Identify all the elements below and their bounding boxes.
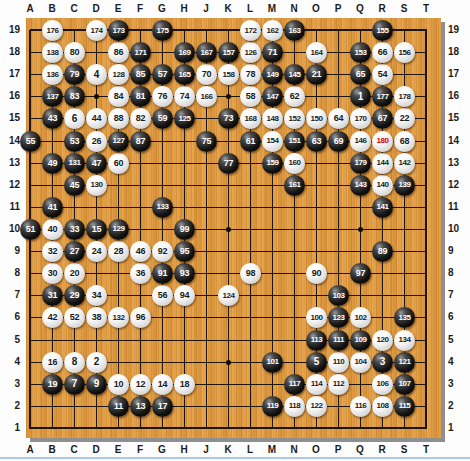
stone-m2-move-119: 119 (262, 396, 283, 417)
stone-q15-move-170: 170 (350, 108, 371, 129)
stone-h17-move-165: 165 (174, 64, 195, 85)
stone-q8-move-97: 97 (350, 263, 371, 284)
stone-move-number: 148 (267, 115, 279, 123)
stone-move-number: 144 (377, 159, 389, 167)
stone-move-number: 45 (70, 181, 80, 190)
row-label-right-5: 5 (448, 334, 468, 345)
stone-n13-move-160: 160 (284, 153, 305, 174)
stone-d14-move-26: 26 (86, 131, 107, 152)
column-label-bottom-T: T (415, 444, 437, 455)
stone-move-number: 58 (246, 92, 256, 101)
stone-move-number: 9 (94, 379, 100, 389)
stone-move-number: 98 (246, 269, 256, 278)
stone-c18-move-80: 80 (64, 42, 85, 63)
stone-move-number: 67 (378, 114, 388, 123)
column-label-bottom-F: F (129, 444, 151, 455)
row-label-left-17: 17 (0, 68, 20, 79)
column-label-bottom-B: B (41, 444, 63, 455)
stone-move-number: 140 (377, 181, 389, 189)
stone-move-number: 179 (355, 159, 367, 167)
stone-p5-move-111: 111 (328, 330, 349, 351)
stone-move-number: 51 (26, 225, 36, 234)
stone-d15-move-44: 44 (86, 108, 107, 129)
stone-move-number: 170 (355, 115, 367, 123)
stone-b10-move-40: 40 (42, 219, 63, 240)
stone-move-number: 62 (290, 92, 300, 101)
stone-move-number: 4 (94, 70, 100, 80)
stone-move-number: 110 (333, 358, 344, 366)
stone-d13-move-47: 47 (86, 153, 107, 174)
stone-move-number: 11 (114, 402, 123, 411)
stone-p3-move-112: 112 (328, 374, 349, 395)
stone-e9-move-28: 28 (108, 241, 129, 262)
stone-move-number: 108 (377, 402, 389, 410)
stone-f8-move-36: 36 (130, 263, 151, 284)
column-label-bottom-O: O (305, 444, 327, 455)
stone-move-number: 169 (179, 49, 191, 57)
stone-move-number: 13 (136, 402, 146, 411)
star-point-D16 (94, 94, 99, 99)
star-point-K10 (226, 227, 231, 232)
stone-p6-move-123: 123 (328, 307, 349, 328)
row-label-left-4: 4 (0, 356, 20, 367)
stone-s18-move-156: 156 (394, 42, 415, 63)
stone-f15-move-82: 82 (130, 108, 151, 129)
stone-c13-move-131: 131 (64, 153, 85, 174)
stone-n15-move-152: 152 (284, 108, 305, 129)
stone-move-number: 83 (70, 92, 80, 101)
stone-k7-move-124: 124 (218, 285, 239, 306)
stone-move-number: 27 (70, 247, 80, 256)
stone-j14-move-75: 75 (196, 131, 217, 152)
stone-f6-move-96: 96 (130, 307, 151, 328)
stone-move-number: 104 (355, 358, 367, 366)
stone-move-number: 178 (399, 93, 411, 101)
stone-move-number: 28 (114, 247, 124, 256)
stone-m17-move-149: 149 (262, 64, 283, 85)
stone-move-number: 99 (180, 225, 190, 234)
stone-n16-move-62: 62 (284, 86, 305, 107)
stone-q17-move-65: 65 (350, 64, 371, 85)
stone-k13-move-77: 77 (218, 153, 239, 174)
stone-m14-move-154: 154 (262, 131, 283, 152)
row-label-right-12: 12 (448, 179, 468, 190)
stone-e13-move-60: 60 (108, 153, 129, 174)
stone-h9-move-95: 95 (174, 241, 195, 262)
stone-h10-move-99: 99 (174, 219, 195, 240)
stone-move-number: 7 (72, 379, 78, 389)
stone-b3-move-19: 19 (42, 374, 63, 395)
stone-move-number: 47 (92, 159, 102, 168)
stone-n17-move-145: 145 (284, 64, 305, 85)
stone-move-number: 107 (399, 380, 411, 388)
row-label-right-3: 3 (448, 378, 468, 389)
stone-move-number: 20 (70, 269, 80, 278)
stone-e6-move-132: 132 (108, 307, 129, 328)
stone-move-number: 177 (377, 93, 389, 101)
stone-move-number: 130 (91, 181, 103, 189)
stone-move-number: 156 (399, 49, 411, 57)
stone-move-number: 155 (377, 27, 389, 35)
stone-move-number: 30 (48, 269, 58, 278)
stone-g19-move-175: 175 (152, 20, 173, 41)
stone-move-number: 8 (72, 357, 78, 367)
row-label-left-15: 15 (0, 112, 20, 123)
stone-s15-move-22: 22 (394, 108, 415, 129)
stone-move-number: 141 (377, 203, 389, 211)
column-label-top-K: K (217, 3, 239, 14)
row-label-right-1: 1 (448, 422, 468, 433)
stone-move-number: 133 (157, 203, 169, 211)
stone-p4-move-110: 110 (328, 352, 349, 373)
stone-move-number: 151 (289, 137, 301, 145)
stone-move-number: 118 (289, 402, 300, 410)
stone-s12-move-139: 139 (394, 175, 415, 196)
stone-move-number: 54 (378, 70, 388, 79)
stone-h18-move-169: 169 (174, 42, 195, 63)
column-label-bottom-C: C (63, 444, 85, 455)
stone-move-number: 80 (70, 48, 80, 57)
stone-k18-move-157: 157 (218, 42, 239, 63)
stone-move-number: 168 (245, 115, 257, 123)
goban[interactable]: 1234567891011121314151617181920212224262… (26, 18, 441, 438)
stone-move-number: 3 (380, 357, 386, 367)
stone-move-number: 112 (333, 380, 344, 388)
stone-d4-move-2: 2 (86, 352, 107, 373)
stone-q16-move-1: 1 (350, 86, 371, 107)
stone-move-number: 64 (334, 114, 344, 123)
stone-move-number: 10 (114, 380, 124, 389)
stone-b15-move-43: 43 (42, 108, 63, 129)
stone-s3-move-107: 107 (394, 374, 415, 395)
star-point-K16 (226, 94, 231, 99)
stone-r5-move-120: 120 (372, 330, 393, 351)
row-label-left-11: 11 (0, 201, 20, 212)
stone-move-number: 113 (311, 336, 322, 344)
stone-f2-move-13: 13 (130, 396, 151, 417)
stone-move-number: 160 (289, 159, 301, 167)
stone-r2-move-108: 108 (372, 396, 393, 417)
row-label-right-9: 9 (448, 245, 468, 256)
stone-move-number: 21 (312, 70, 322, 79)
column-label-bottom-R: R (371, 444, 393, 455)
stone-s4-move-121: 121 (394, 352, 415, 373)
stone-move-number: 73 (224, 114, 234, 123)
stone-d12-move-130: 130 (86, 175, 107, 196)
stone-move-number: 97 (356, 269, 366, 278)
stone-s16-move-178: 178 (394, 86, 415, 107)
stone-j16-move-166: 166 (196, 86, 217, 107)
stone-g17-move-57: 57 (152, 64, 173, 85)
row-label-right-19: 19 (448, 24, 468, 35)
row-label-right-16: 16 (448, 90, 468, 101)
row-label-right-8: 8 (448, 267, 468, 278)
stone-move-number: 31 (48, 291, 58, 300)
stone-o15-move-150: 150 (306, 108, 327, 129)
stone-move-number: 136 (47, 71, 59, 79)
stone-n19-move-163: 163 (284, 20, 305, 41)
column-label-top-L: L (239, 3, 261, 14)
stone-move-number: 164 (311, 49, 323, 57)
row-label-right-6: 6 (448, 311, 468, 322)
stone-move-number: 76 (158, 92, 168, 101)
stone-o18-move-164: 164 (306, 42, 327, 63)
stone-c4-move-8: 8 (64, 352, 85, 373)
stone-r11-move-141: 141 (372, 197, 393, 218)
stone-h3-move-18: 18 (174, 374, 195, 395)
stone-h16-move-74: 74 (174, 86, 195, 107)
stone-move-number: 150 (311, 115, 323, 123)
stone-move-number: 24 (92, 247, 102, 256)
stone-move-number: 34 (92, 291, 102, 300)
column-label-top-C: C (63, 3, 85, 14)
stone-move-number: 2 (94, 357, 100, 367)
column-label-top-P: P (327, 3, 349, 14)
stone-move-number: 89 (378, 247, 388, 256)
stone-g7-move-56: 56 (152, 285, 173, 306)
column-label-bottom-K: K (217, 444, 239, 455)
row-label-left-8: 8 (0, 267, 20, 278)
stone-move-number: 1 (358, 92, 364, 102)
stone-move-number: 65 (356, 70, 366, 79)
stone-c14-move-53: 53 (64, 131, 85, 152)
stone-move-number: 18 (180, 380, 190, 389)
row-label-left-13: 13 (0, 157, 20, 168)
row-label-left-14: 14 (0, 135, 20, 146)
stone-move-number: 128 (113, 71, 125, 79)
stone-q13-move-179: 179 (350, 153, 371, 174)
column-label-top-D: D (85, 3, 107, 14)
stone-m18-move-71: 71 (262, 42, 283, 63)
star-point-Q10 (358, 227, 363, 232)
stone-move-number: 29 (70, 291, 80, 300)
stone-b11-move-41: 41 (42, 197, 63, 218)
stone-move-number: 158 (223, 71, 235, 79)
stone-b16-move-137: 137 (42, 86, 63, 107)
row-label-left-19: 19 (0, 24, 20, 35)
stone-l8-move-98: 98 (240, 263, 261, 284)
stone-move-number: 180 (377, 137, 389, 145)
stone-move-number: 134 (399, 336, 411, 344)
stone-move-number: 70 (202, 70, 212, 79)
stone-move-number: 116 (355, 402, 366, 410)
stone-move-number: 33 (70, 225, 80, 234)
stone-e3-move-10: 10 (108, 374, 129, 395)
stone-move-number: 103 (333, 292, 345, 300)
column-label-top-M: M (261, 3, 283, 14)
stone-move-number: 12 (136, 380, 146, 389)
stone-move-number: 162 (267, 27, 279, 35)
column-label-top-S: S (393, 3, 415, 14)
row-label-left-18: 18 (0, 46, 20, 57)
stone-move-number: 92 (158, 247, 168, 256)
stone-move-number: 43 (48, 114, 58, 123)
stone-move-number: 49 (48, 159, 58, 168)
stone-q5-move-109: 109 (350, 330, 371, 351)
stone-l15-move-168: 168 (240, 108, 261, 129)
stone-move-number: 120 (377, 336, 389, 344)
stone-move-number: 87 (136, 137, 146, 146)
stone-move-number: 167 (201, 49, 213, 57)
stone-move-number: 77 (224, 159, 234, 168)
stone-b9-move-32: 32 (42, 241, 63, 262)
stone-b8-move-30: 30 (42, 263, 63, 284)
stone-move-number: 157 (223, 49, 235, 57)
stone-p7-move-103: 103 (328, 285, 349, 306)
row-label-right-14: 14 (448, 135, 468, 146)
row-label-left-16: 16 (0, 90, 20, 101)
stone-move-number: 44 (92, 114, 102, 123)
column-label-bottom-S: S (393, 444, 415, 455)
star-point-K4 (226, 360, 231, 365)
stone-move-number: 129 (113, 225, 125, 233)
stone-r3-move-106: 106 (372, 374, 393, 395)
stone-move-number: 115 (399, 402, 410, 410)
stone-c6-move-52: 52 (64, 307, 85, 328)
stone-move-number: 149 (267, 71, 279, 79)
stone-p14-move-69: 69 (328, 131, 349, 152)
stone-o5-move-113: 113 (306, 330, 327, 351)
stone-move-number: 16 (48, 358, 58, 367)
stone-move-number: 95 (180, 247, 190, 256)
stone-o6-move-100: 100 (306, 307, 327, 328)
stone-c8-move-20: 20 (64, 263, 85, 284)
stone-move-number: 57 (158, 70, 168, 79)
window-bottom-edge (0, 457, 470, 459)
stone-move-number: 100 (311, 314, 323, 322)
row-label-right-18: 18 (448, 46, 468, 57)
stone-move-number: 154 (267, 137, 279, 145)
stone-c9-move-27: 27 (64, 241, 85, 262)
stone-move-number: 174 (91, 27, 103, 35)
stone-o4-move-5: 5 (306, 352, 327, 373)
stone-f17-move-85: 85 (130, 64, 151, 85)
stone-move-number: 40 (48, 225, 58, 234)
stone-b6-move-42: 42 (42, 307, 63, 328)
stone-s13-move-142: 142 (394, 153, 415, 174)
stone-move-number: 60 (114, 159, 124, 168)
stone-g8-move-91: 91 (152, 263, 173, 284)
stone-g3-move-14: 14 (152, 374, 173, 395)
stone-o3-move-114: 114 (306, 374, 327, 395)
stone-move-number: 159 (267, 159, 279, 167)
stone-g11-move-133: 133 (152, 197, 173, 218)
stone-move-number: 175 (157, 27, 169, 35)
stone-d7-move-34: 34 (86, 285, 107, 306)
row-label-right-10: 10 (448, 223, 468, 234)
stone-f16-move-81: 81 (130, 86, 151, 107)
column-label-top-R: R (371, 3, 393, 14)
stone-move-number: 102 (355, 314, 367, 322)
stone-move-number: 88 (114, 114, 124, 123)
stone-m15-move-148: 148 (262, 108, 283, 129)
stone-move-number: 101 (267, 358, 279, 366)
row-label-left-3: 3 (0, 378, 20, 389)
stone-move-number: 41 (48, 203, 58, 212)
stone-f14-move-87: 87 (130, 131, 151, 152)
stone-k15-move-73: 73 (218, 108, 239, 129)
row-label-left-12: 12 (0, 179, 20, 190)
column-label-top-B: B (41, 3, 63, 14)
stone-move-number: 131 (69, 159, 81, 167)
row-label-left-5: 5 (0, 334, 20, 345)
stone-move-number: 82 (136, 114, 146, 123)
stone-move-number: 19 (48, 380, 58, 389)
stone-c15-move-6: 6 (64, 108, 85, 129)
stone-move-number: 132 (113, 314, 125, 322)
column-label-bottom-E: E (107, 444, 129, 455)
stone-s14-move-68: 68 (394, 131, 415, 152)
row-label-left-1: 1 (0, 422, 20, 433)
stone-q14-move-146: 146 (350, 131, 371, 152)
stone-move-number: 22 (400, 114, 410, 123)
column-label-top-F: F (129, 3, 151, 14)
row-label-right-15: 15 (448, 112, 468, 123)
stone-r13-move-144: 144 (372, 153, 393, 174)
stone-c7-move-29: 29 (64, 285, 85, 306)
stone-r12-move-140: 140 (372, 175, 393, 196)
stone-g15-move-59: 59 (152, 108, 173, 129)
stone-move-number: 126 (245, 49, 257, 57)
stone-j17-move-70: 70 (196, 64, 217, 85)
stone-move-number: 63 (312, 137, 322, 146)
stone-move-number: 94 (180, 291, 190, 300)
stone-h15-move-125: 125 (174, 108, 195, 129)
stone-c16-move-83: 83 (64, 86, 85, 107)
column-label-top-O: O (305, 3, 327, 14)
stone-move-number: 5 (314, 357, 320, 367)
stone-move-number: 6 (72, 114, 78, 124)
stone-move-number: 127 (113, 137, 125, 145)
stone-move-number: 53 (70, 137, 80, 146)
stone-b7-move-31: 31 (42, 285, 63, 306)
column-label-bottom-A: A (19, 444, 41, 455)
stone-l17-move-78: 78 (240, 64, 261, 85)
stone-r19-move-155: 155 (372, 20, 393, 41)
stone-move-number: 59 (158, 114, 168, 123)
stone-q12-move-143: 143 (350, 175, 371, 196)
stone-move-number: 55 (26, 137, 36, 146)
stone-move-number: 152 (289, 115, 301, 123)
stone-move-number: 74 (180, 92, 190, 101)
stone-n12-move-161: 161 (284, 175, 305, 196)
stone-move-number: 137 (47, 93, 59, 101)
stone-move-number: 122 (311, 402, 323, 410)
stone-move-number: 14 (158, 380, 168, 389)
stone-e2-move-11: 11 (108, 396, 129, 417)
stone-r15-move-67: 67 (372, 108, 393, 129)
column-label-bottom-N: N (283, 444, 305, 455)
row-label-left-6: 6 (0, 311, 20, 322)
stone-move-number: 90 (312, 269, 322, 278)
stone-e16-move-84: 84 (108, 86, 129, 107)
row-label-right-13: 13 (448, 157, 468, 168)
stone-e15-move-88: 88 (108, 108, 129, 129)
stone-q6-move-102: 102 (350, 307, 371, 328)
stone-move-number: 26 (92, 137, 102, 146)
row-label-right-11: 11 (448, 201, 468, 212)
stone-p15-move-64: 64 (328, 108, 349, 129)
stone-move-number: 15 (92, 225, 102, 234)
row-label-left-9: 9 (0, 245, 20, 256)
column-label-top-T: T (415, 3, 437, 14)
stone-move-number: 139 (399, 181, 411, 189)
column-label-bottom-H: H (173, 444, 195, 455)
stone-move-number: 117 (289, 380, 300, 388)
stone-n14-move-151: 151 (284, 131, 305, 152)
stone-move-number: 119 (267, 402, 278, 410)
row-label-right-17: 17 (448, 68, 468, 79)
